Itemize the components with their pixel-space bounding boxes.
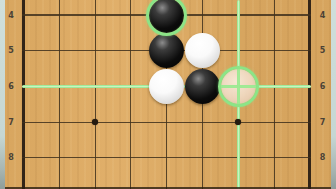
stone-white <box>149 69 184 104</box>
row-label-right: 6 <box>316 81 330 92</box>
stone-black <box>149 33 184 68</box>
row-label-left: 7 <box>4 117 18 128</box>
pending-move-marker-ring[interactable] <box>218 66 259 107</box>
row-label-right: 7 <box>316 117 330 128</box>
board-edge-line-vertical <box>308 0 311 189</box>
grid-line-vertical <box>95 0 96 189</box>
app-background-strip-left <box>0 0 5 189</box>
row-label-right: 8 <box>316 152 330 163</box>
row-label-left: 4 <box>4 10 18 21</box>
row-label-left: 6 <box>4 81 18 92</box>
stone-white <box>185 33 220 68</box>
star-point <box>235 119 241 125</box>
grid-line-vertical <box>130 0 131 189</box>
grid-line-horizontal <box>22 122 311 123</box>
stone-black <box>185 69 220 104</box>
grid-line-vertical <box>59 0 60 189</box>
board-edge-line-vertical <box>22 0 25 189</box>
board-bottom-edge-shadow <box>5 187 332 189</box>
row-label-right: 5 <box>316 45 330 56</box>
row-label-left: 5 <box>4 45 18 56</box>
app-background-strip-right <box>331 0 336 189</box>
go-app-screen: 4455667788 <box>0 0 336 189</box>
grid-line-vertical <box>274 0 275 189</box>
last-move-marker-ring <box>146 0 187 36</box>
star-point <box>92 119 98 125</box>
grid-line-horizontal <box>22 157 311 158</box>
row-label-right: 4 <box>316 10 330 21</box>
go-board[interactable]: 4455667788 <box>0 0 336 189</box>
row-label-left: 8 <box>4 152 18 163</box>
